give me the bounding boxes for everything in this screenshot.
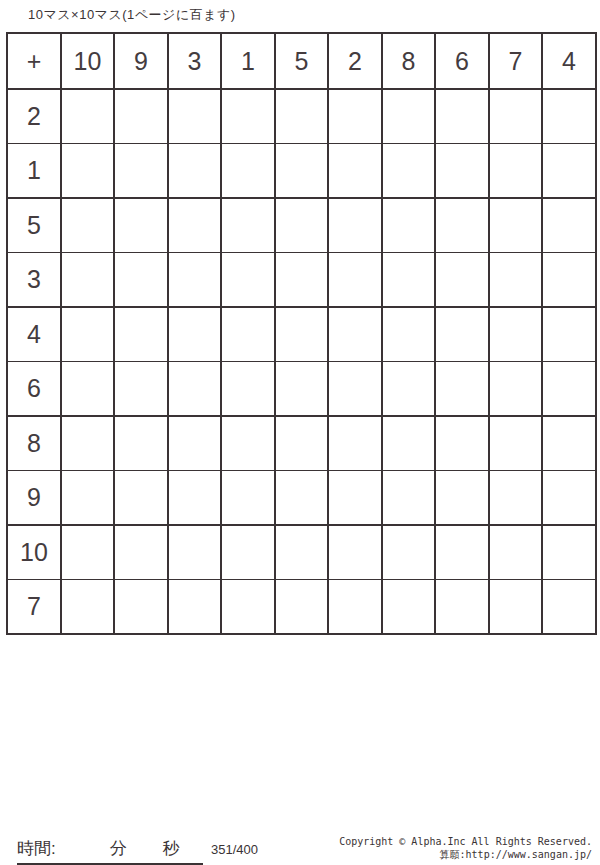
answer-cell-r2-c4 — [276, 199, 328, 252]
answer-cell-r4-c5 — [329, 308, 381, 361]
answer-cell-r8-c5 — [329, 526, 381, 579]
row-header-cell-0: 2 — [8, 90, 60, 143]
answer-cell-r1-c7 — [436, 144, 488, 197]
answer-cell-r5-c8 — [490, 362, 542, 415]
answer-cell-r6-c3 — [222, 417, 274, 470]
answer-cell-r1-c0 — [62, 144, 114, 197]
row-header-cell-2: 5 — [8, 199, 60, 252]
answer-cell-r7-c7 — [436, 471, 488, 524]
answer-cell-r5-c0 — [62, 362, 114, 415]
answer-cell-r3-c3 — [222, 253, 274, 306]
answer-cell-r1-c3 — [222, 144, 274, 197]
answer-cell-r4-c7 — [436, 308, 488, 361]
row-header-cell-6: 8 — [8, 417, 60, 470]
answer-cell-r2-c3 — [222, 199, 274, 252]
answer-cell-r3-c8 — [490, 253, 542, 306]
col-header-cell-2: 3 — [169, 34, 221, 88]
col-header-cell-6: 8 — [383, 34, 435, 88]
answer-cell-r0-c6 — [383, 90, 435, 143]
answer-cell-r5-c4 — [276, 362, 328, 415]
answer-cell-r7-c8 — [490, 471, 542, 524]
answer-cell-r9-c5 — [329, 580, 381, 633]
addition-grid: +1093152867421534689107 — [6, 32, 597, 635]
answer-cell-r0-c7 — [436, 90, 488, 143]
row-header-cell-7: 9 — [8, 471, 60, 524]
answer-cell-r0-c3 — [222, 90, 274, 143]
answer-cell-r1-c9 — [543, 144, 595, 197]
answer-cell-r4-c8 — [490, 308, 542, 361]
copyright-block: Copyright © Alpha.Inc All Rights Reserve… — [339, 836, 592, 861]
answer-cell-r3-c0 — [62, 253, 114, 306]
row-header-cell-4: 4 — [8, 308, 60, 361]
answer-cell-r4-c4 — [276, 308, 328, 361]
answer-cell-r4-c1 — [115, 308, 167, 361]
answer-cell-r0-c0 — [62, 90, 114, 143]
answer-cell-r1-c2 — [169, 144, 221, 197]
answer-cell-r2-c6 — [383, 199, 435, 252]
answer-cell-r2-c5 — [329, 199, 381, 252]
col-header-cell-3: 1 — [222, 34, 274, 88]
answer-cell-r4-c6 — [383, 308, 435, 361]
answer-cell-r1-c5 — [329, 144, 381, 197]
answer-cell-r5-c5 — [329, 362, 381, 415]
answer-cell-r0-c2 — [169, 90, 221, 143]
answer-cell-r9-c0 — [62, 580, 114, 633]
answer-cell-r3-c7 — [436, 253, 488, 306]
answer-cell-r3-c9 — [543, 253, 595, 306]
worksheet-page: 10マス×10マス(1ページに百ます) +1093152867421534689… — [0, 0, 600, 865]
answer-cell-r8-c8 — [490, 526, 542, 579]
col-header-cell-9: 4 — [543, 34, 595, 88]
answer-cell-r2-c1 — [115, 199, 167, 252]
answer-cell-r8-c7 — [436, 526, 488, 579]
answer-cell-r2-c7 — [436, 199, 488, 252]
col-header-cell-8: 7 — [490, 34, 542, 88]
col-header-cell-7: 6 — [436, 34, 488, 88]
answer-cell-r7-c0 — [62, 471, 114, 524]
answer-cell-r5-c3 — [222, 362, 274, 415]
answer-cell-r1-c1 — [115, 144, 167, 197]
row-header-cell-3: 3 — [8, 253, 60, 306]
answer-cell-r8-c1 — [115, 526, 167, 579]
answer-cell-r9-c7 — [436, 580, 488, 633]
answer-cell-r9-c1 — [115, 580, 167, 633]
col-header-cell-0: 10 — [62, 34, 114, 88]
answer-cell-r9-c3 — [222, 580, 274, 633]
time-entry-line: 時間:分秒351/400 — [17, 837, 258, 865]
answer-cell-r8-c4 — [276, 526, 328, 579]
answer-cell-r7-c5 — [329, 471, 381, 524]
answer-cell-r5-c9 — [543, 362, 595, 415]
source-line: 算願:http://www.sangan.jp/ — [339, 849, 592, 862]
answer-cell-r1-c4 — [276, 144, 328, 197]
answer-cell-r8-c2 — [169, 526, 221, 579]
answer-cell-r8-c9 — [543, 526, 595, 579]
answer-cell-r6-c2 — [169, 417, 221, 470]
row-header-cell-5: 6 — [8, 362, 60, 415]
answer-cell-r6-c1 — [115, 417, 167, 470]
answer-cell-r0-c5 — [329, 90, 381, 143]
answer-cell-r3-c4 — [276, 253, 328, 306]
answer-cell-r9-c4 — [276, 580, 328, 633]
answer-cell-r9-c9 — [543, 580, 595, 633]
answer-cell-r6-c8 — [490, 417, 542, 470]
row-header-cell-8: 10 — [8, 526, 60, 579]
answer-cell-r8-c3 — [222, 526, 274, 579]
answer-cell-r2-c0 — [62, 199, 114, 252]
answer-cell-r7-c4 — [276, 471, 328, 524]
answer-cell-r2-c2 — [169, 199, 221, 252]
answer-cell-r1-c8 — [490, 144, 542, 197]
answer-cell-r8-c0 — [62, 526, 114, 579]
answer-cell-r9-c2 — [169, 580, 221, 633]
time-blank-line: 時間:分秒 — [17, 837, 203, 865]
answer-cell-r6-c5 — [329, 417, 381, 470]
answer-cell-r7-c9 — [543, 471, 595, 524]
answer-cell-r0-c9 — [543, 90, 595, 143]
answer-cell-r6-c4 — [276, 417, 328, 470]
time-label: 時間: — [17, 839, 56, 858]
answer-cell-r4-c0 — [62, 308, 114, 361]
minutes-label: 分 — [110, 839, 127, 858]
answer-cell-r7-c6 — [383, 471, 435, 524]
answer-cell-r0-c1 — [115, 90, 167, 143]
row-header-cell-9: 7 — [8, 580, 60, 633]
answer-cell-r1-c6 — [383, 144, 435, 197]
answer-cell-r5-c6 — [383, 362, 435, 415]
answer-cell-r7-c3 — [222, 471, 274, 524]
seconds-label: 秒 — [163, 839, 180, 858]
answer-cell-r9-c8 — [490, 580, 542, 633]
answer-cell-r8-c6 — [383, 526, 435, 579]
answer-cell-r4-c2 — [169, 308, 221, 361]
answer-cell-r9-c6 — [383, 580, 435, 633]
answer-cell-r0-c4 — [276, 90, 328, 143]
answer-cell-r4-c9 — [543, 308, 595, 361]
answer-cell-r3-c5 — [329, 253, 381, 306]
answer-cell-r7-c1 — [115, 471, 167, 524]
operator-cell: + — [8, 34, 60, 88]
page-number: 351/400 — [211, 842, 258, 857]
answer-cell-r5-c2 — [169, 362, 221, 415]
answer-cell-r7-c2 — [169, 471, 221, 524]
answer-cell-r3-c1 — [115, 253, 167, 306]
answer-cell-r6-c0 — [62, 417, 114, 470]
answer-cell-r2-c8 — [490, 199, 542, 252]
row-header-cell-1: 1 — [8, 144, 60, 197]
col-header-cell-4: 5 — [276, 34, 328, 88]
answer-cell-r5-c1 — [115, 362, 167, 415]
copyright-line: Copyright © Alpha.Inc All Rights Reserve… — [339, 836, 592, 849]
worksheet-title: 10マス×10マス(1ページに百ます) — [28, 6, 236, 24]
answer-cell-r3-c6 — [383, 253, 435, 306]
answer-cell-r6-c6 — [383, 417, 435, 470]
answer-cell-r4-c3 — [222, 308, 274, 361]
col-header-cell-5: 2 — [329, 34, 381, 88]
answer-cell-r6-c7 — [436, 417, 488, 470]
answer-cell-r3-c2 — [169, 253, 221, 306]
col-header-cell-1: 9 — [115, 34, 167, 88]
answer-cell-r6-c9 — [543, 417, 595, 470]
answer-cell-r0-c8 — [490, 90, 542, 143]
answer-cell-r5-c7 — [436, 362, 488, 415]
answer-cell-r2-c9 — [543, 199, 595, 252]
